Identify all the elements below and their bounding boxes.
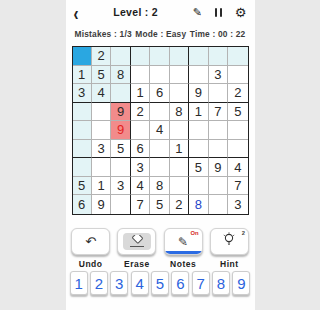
cell-r7c5[interactable]: [170, 177, 189, 196]
cell-r7c0[interactable]: 5: [73, 177, 92, 196]
cell-r0c8[interactable]: [228, 47, 247, 66]
undo-button[interactable]: ↶ Undo: [68, 228, 114, 269]
cell-r5c6[interactable]: [189, 140, 208, 159]
cell-r6c8[interactable]: 4: [228, 158, 247, 177]
cell-r5c2[interactable]: 5: [111, 140, 130, 159]
cell-r6c7[interactable]: 9: [209, 158, 228, 177]
numpad-button-3[interactable]: 3: [110, 271, 128, 295]
undo-label: Undo: [79, 259, 103, 269]
numpad-button-1[interactable]: 1: [70, 271, 88, 295]
cell-r0c3[interactable]: [131, 47, 150, 66]
cell-r4c5[interactable]: [170, 121, 189, 140]
cell-r8c8[interactable]: 3: [228, 195, 247, 214]
undo-button-box[interactable]: ↶: [71, 228, 110, 255]
cell-r0c5[interactable]: [170, 47, 189, 66]
cell-r3c4[interactable]: [150, 103, 169, 122]
cell-r0c4[interactable]: [150, 47, 169, 66]
gear-icon[interactable]: ⚙: [235, 6, 247, 19]
erase-label: Erase: [124, 259, 150, 269]
cell-r1c6[interactable]: [189, 66, 208, 85]
hint-button-box[interactable]: 2: [210, 228, 249, 255]
cell-r1c8[interactable]: [228, 66, 247, 85]
timer: Time : 00 : 22: [190, 29, 246, 39]
cell-r1c7[interactable]: 3: [209, 66, 228, 85]
sudoku-app: ‹ Level : 2 ✎ ⚙ Mistakes : 1/3 Mode : Ea…: [66, 0, 255, 310]
cell-r4c2[interactable]: 9: [111, 121, 130, 140]
cell-r2c2[interactable]: [111, 84, 130, 103]
cell-r3c7[interactable]: 7: [209, 103, 228, 122]
numpad-button-4[interactable]: 4: [131, 271, 149, 295]
cell-r3c0[interactable]: [73, 103, 92, 122]
undo-arrow-icon: ↶: [85, 235, 96, 248]
cell-r0c6[interactable]: [189, 47, 208, 66]
cell-r7c2[interactable]: 3: [111, 177, 130, 196]
cell-r5c5[interactable]: 1: [170, 140, 189, 159]
cell-r7c8[interactable]: 7: [228, 177, 247, 196]
cell-r1c2[interactable]: 8: [111, 66, 130, 85]
hint-button[interactable]: 2 Hint: [206, 228, 252, 269]
numpad-button-5[interactable]: 5: [151, 271, 169, 295]
back-icon[interactable]: ‹: [74, 2, 79, 22]
eraser-icon: [123, 233, 151, 250]
cell-r4c0[interactable]: [73, 121, 92, 140]
cell-r6c0[interactable]: [73, 158, 92, 177]
cell-r4c6[interactable]: [189, 121, 208, 140]
bulb-icon: [222, 232, 236, 251]
cell-r5c4[interactable]: [150, 140, 169, 159]
cell-r5c8[interactable]: [228, 140, 247, 159]
cell-r3c8[interactable]: 5: [228, 103, 247, 122]
erase-button-box[interactable]: [117, 228, 156, 255]
cell-r4c4[interactable]: 4: [150, 121, 169, 140]
cell-r7c6[interactable]: [189, 177, 208, 196]
cell-r4c8[interactable]: [228, 121, 247, 140]
topbar-icons: ✎ ⚙: [193, 6, 247, 19]
cell-r8c0[interactable]: 6: [73, 195, 92, 214]
cell-r8c1[interactable]: 9: [92, 195, 111, 214]
notes-on-badge: On: [191, 231, 199, 237]
numpad: 123456789: [70, 271, 251, 295]
cell-r6c1[interactable]: [92, 158, 111, 177]
cell-r2c8[interactable]: 2: [228, 84, 247, 103]
cell-r4c3[interactable]: [131, 121, 150, 140]
cell-r3c3[interactable]: 2: [131, 103, 150, 122]
pause-icon[interactable]: [215, 8, 222, 17]
pencil-icon: ✎: [178, 236, 188, 248]
cell-r2c1[interactable]: 4: [92, 84, 111, 103]
cell-r5c3[interactable]: 6: [131, 140, 150, 159]
cell-r0c2[interactable]: [111, 47, 130, 66]
cell-r3c6[interactable]: 1: [189, 103, 208, 122]
top-bar: ‹ Level : 2 ✎ ⚙: [66, 0, 255, 24]
mode-label: Mode : Easy: [135, 29, 186, 39]
cell-r7c7[interactable]: [209, 177, 228, 196]
cell-r4c7[interactable]: [209, 121, 228, 140]
cell-r1c4[interactable]: [150, 66, 169, 85]
cell-r0c1[interactable]: 2: [92, 47, 111, 66]
numpad-button-8[interactable]: 8: [212, 271, 230, 295]
stats-bar: Mistakes : 1/3 Mode : Easy Time : 00 : 2…: [75, 29, 246, 39]
numpad-button-9[interactable]: 9: [232, 271, 250, 295]
hint-count-badge: 2: [242, 231, 245, 237]
cell-r3c1[interactable]: [92, 103, 111, 122]
cell-r7c4[interactable]: 8: [150, 177, 169, 196]
cell-r7c1[interactable]: 1: [92, 177, 111, 196]
cell-r1c5[interactable]: [170, 66, 189, 85]
cell-r8c2[interactable]: [111, 195, 130, 214]
notes-button-box[interactable]: ✎ On: [164, 228, 203, 255]
cell-r6c5[interactable]: [170, 158, 189, 177]
cell-r2c4[interactable]: 6: [150, 84, 169, 103]
cell-r3c5[interactable]: 8: [170, 103, 189, 122]
cell-r6c3[interactable]: 3: [131, 158, 150, 177]
numpad-button-7[interactable]: 7: [192, 271, 210, 295]
cell-r5c7[interactable]: [209, 140, 228, 159]
cell-r6c4[interactable]: [150, 158, 169, 177]
numpad-button-6[interactable]: 6: [171, 271, 189, 295]
mistakes-counter: Mistakes : 1/3: [75, 29, 132, 39]
cell-r6c2[interactable]: [111, 158, 130, 177]
cell-r5c1[interactable]: 3: [92, 140, 111, 159]
notes-active-bar: [165, 251, 202, 254]
cell-r8c4[interactable]: 5: [150, 195, 169, 214]
notes-label: Notes: [170, 259, 196, 269]
cell-r0c0[interactable]: [73, 47, 92, 66]
cell-r2c3[interactable]: 1: [131, 84, 150, 103]
cell-r3c2[interactable]: 9: [111, 103, 130, 122]
cell-r2c0[interactable]: 3: [73, 84, 92, 103]
cell-r6c6[interactable]: 5: [189, 158, 208, 177]
cell-r2c7[interactable]: [209, 84, 228, 103]
cell-r0c7[interactable]: [209, 47, 228, 66]
numpad-button-2[interactable]: 2: [90, 271, 108, 295]
cell-r8c5[interactable]: 2: [170, 195, 189, 214]
cell-r2c5[interactable]: [170, 84, 189, 103]
erase-button[interactable]: Erase: [114, 228, 160, 269]
cell-r7c3[interactable]: 4: [131, 177, 150, 196]
cell-r1c0[interactable]: 1: [73, 66, 92, 85]
cell-r8c3[interactable]: 7: [131, 195, 150, 214]
cell-r8c6[interactable]: 8: [189, 195, 208, 214]
cell-r1c1[interactable]: 5: [92, 66, 111, 85]
hint-label: Hint: [220, 259, 239, 269]
cell-r4c1[interactable]: [92, 121, 111, 140]
cell-r2c6[interactable]: 9: [189, 84, 208, 103]
cell-r5c0[interactable]: [73, 140, 92, 159]
pen-icon[interactable]: ✎: [193, 7, 202, 18]
page-title: Level : 2: [79, 6, 193, 18]
cell-r8c7[interactable]: [209, 195, 228, 214]
action-toolbar: ↶ Undo Erase ✎ On Notes: [68, 228, 253, 269]
cell-r1c3[interactable]: [131, 66, 150, 85]
notes-button[interactable]: ✎ On Notes: [160, 228, 206, 269]
sudoku-grid: 2158334169292817594356135945134876975283: [72, 46, 249, 215]
